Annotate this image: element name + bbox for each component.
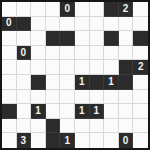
cell-r3-c6[interactable] — [90, 46, 105, 61]
cell-r1-c4[interactable] — [60, 17, 75, 32]
cell-r5-c7-wall: 1 — [104, 75, 119, 90]
cell-r9-c0[interactable] — [2, 133, 17, 148]
cell-r6-c2[interactable] — [31, 90, 46, 105]
cell-r0-c5[interactable] — [75, 2, 90, 17]
cell-r8-c1[interactable] — [17, 119, 32, 134]
cell-r2-c3-wall — [46, 31, 61, 46]
cell-r9-c5[interactable] — [75, 133, 90, 148]
cell-r4-c8-wall — [119, 60, 134, 75]
cell-r2-c7-wall — [104, 31, 119, 46]
cell-r2-c8[interactable] — [119, 31, 134, 46]
cell-r5-c2-wall — [31, 75, 46, 90]
cell-r9-c4-wall: 1 — [60, 133, 75, 148]
cell-r9-c1-wall: 3 — [17, 133, 32, 148]
cell-r0-c0[interactable] — [2, 2, 17, 17]
cell-r9-c7[interactable] — [104, 133, 119, 148]
cell-r0-c7-wall — [104, 2, 119, 17]
cell-r9-c9[interactable] — [133, 133, 148, 148]
cell-r3-c1-wall: 0 — [17, 46, 32, 61]
cell-r8-c8[interactable] — [119, 119, 134, 134]
cell-r7-c0-wall — [2, 104, 17, 119]
cell-r0-c9[interactable] — [133, 2, 148, 17]
cell-r1-c5[interactable] — [75, 17, 90, 32]
cell-r4-c2[interactable] — [31, 60, 46, 75]
cell-r1-c2[interactable] — [31, 17, 46, 32]
cell-r5-c9[interactable] — [133, 75, 148, 90]
cell-r0-c8-wall: 2 — [119, 2, 134, 17]
cell-r2-c1[interactable] — [17, 31, 32, 46]
cell-r6-c5[interactable] — [75, 90, 90, 105]
cell-r9-c3-wall — [46, 133, 61, 148]
cell-r8-c6[interactable] — [90, 119, 105, 134]
cell-r9-c6[interactable] — [90, 133, 105, 148]
cell-r1-c7[interactable] — [104, 17, 119, 32]
cell-r6-c3[interactable] — [46, 90, 61, 105]
cell-r7-c1[interactable] — [17, 104, 32, 119]
cell-r2-c2[interactable] — [31, 31, 46, 46]
cell-r4-c1[interactable] — [17, 60, 32, 75]
cell-r0-c6[interactable] — [90, 2, 105, 17]
cell-r5-c4[interactable] — [60, 75, 75, 90]
cell-r0-c4-wall: 0 — [60, 2, 75, 17]
cell-r7-c8[interactable] — [119, 104, 134, 119]
cell-r4-c4[interactable] — [60, 60, 75, 75]
cell-r1-c3[interactable] — [46, 17, 61, 32]
cell-r5-c6-wall — [90, 75, 105, 90]
cell-r7-c7[interactable] — [104, 104, 119, 119]
cell-r6-c1[interactable] — [17, 90, 32, 105]
cell-r0-c2[interactable] — [31, 2, 46, 17]
cell-r1-c9[interactable] — [133, 17, 148, 32]
cell-r2-c5[interactable] — [75, 31, 90, 46]
cell-r3-c7[interactable] — [104, 46, 119, 61]
cell-r4-c9-wall: 2 — [133, 60, 148, 75]
cell-r8-c5[interactable] — [75, 119, 90, 134]
cell-r6-c8[interactable] — [119, 90, 134, 105]
cell-r3-c9[interactable] — [133, 46, 148, 61]
cell-r7-c5-wall: 1 — [75, 104, 90, 119]
cell-r5-c8-wall — [119, 75, 134, 90]
cell-r4-c7[interactable] — [104, 60, 119, 75]
cell-r2-c4-wall — [60, 31, 75, 46]
cell-r7-c9[interactable] — [133, 104, 148, 119]
cell-r8-c7[interactable] — [104, 119, 119, 134]
cell-r5-c5-wall: 1 — [75, 75, 90, 90]
cell-r8-c3-wall — [46, 119, 61, 134]
cell-r4-c5[interactable] — [75, 60, 90, 75]
cell-r6-c9[interactable] — [133, 90, 148, 105]
cell-r8-c9[interactable] — [133, 119, 148, 134]
cell-r3-c4[interactable] — [60, 46, 75, 61]
cell-r6-c0[interactable] — [2, 90, 17, 105]
cell-r8-c0[interactable] — [2, 119, 17, 134]
cell-r4-c6[interactable] — [90, 60, 105, 75]
cell-r1-c0-wall: 0 — [2, 17, 17, 32]
cell-r9-c8-wall: 0 — [119, 133, 134, 148]
cell-r0-c3[interactable] — [46, 2, 61, 17]
cell-r4-c0[interactable] — [2, 60, 17, 75]
cell-r2-c9-wall — [133, 31, 148, 46]
cell-r8-c4[interactable] — [60, 119, 75, 134]
cell-r8-c2[interactable] — [31, 119, 46, 134]
akari-board: 0200211111310 — [0, 0, 150, 150]
cell-r3-c0[interactable] — [2, 46, 17, 61]
cell-r6-c7[interactable] — [104, 90, 119, 105]
cell-r5-c1[interactable] — [17, 75, 32, 90]
cell-r3-c2[interactable] — [31, 46, 46, 61]
cell-r1-c6[interactable] — [90, 17, 105, 32]
cell-r5-c3[interactable] — [46, 75, 61, 90]
cell-r6-c6[interactable] — [90, 90, 105, 105]
cell-r0-c1[interactable] — [17, 2, 32, 17]
cell-r7-c2-wall: 1 — [31, 104, 46, 119]
cell-r3-c5[interactable] — [75, 46, 90, 61]
cell-r3-c3[interactable] — [46, 46, 61, 61]
cell-r2-c6[interactable] — [90, 31, 105, 46]
cell-r6-c4[interactable] — [60, 90, 75, 105]
cell-r9-c2[interactable] — [31, 133, 46, 148]
cell-r1-c8[interactable] — [119, 17, 134, 32]
cell-r3-c8[interactable] — [119, 46, 134, 61]
cell-r1-c1-wall — [17, 17, 32, 32]
cell-r7-c4[interactable] — [60, 104, 75, 119]
cell-r4-c3[interactable] — [46, 60, 61, 75]
cell-r2-c0[interactable] — [2, 31, 17, 46]
cell-r7-c3[interactable] — [46, 104, 61, 119]
cell-r7-c6-wall: 1 — [90, 104, 105, 119]
cell-r5-c0[interactable] — [2, 75, 17, 90]
